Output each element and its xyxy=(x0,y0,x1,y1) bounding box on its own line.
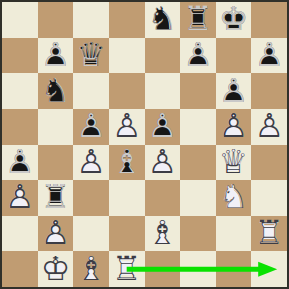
square-h4[interactable] xyxy=(251,145,287,181)
piece-outline-glyph: ♖ xyxy=(38,180,74,216)
square-e1[interactable] xyxy=(145,251,181,287)
black-king[interactable]: ♚♔ xyxy=(216,2,252,38)
piece-outline-glyph: ♙ xyxy=(2,180,38,216)
square-g2[interactable] xyxy=(216,216,252,252)
square-a1[interactable] xyxy=(2,251,38,287)
square-f7[interactable]: ♟♙ xyxy=(180,38,216,74)
square-h7[interactable]: ♟♙ xyxy=(251,38,287,74)
white-pawn[interactable]: ♟♙ xyxy=(216,109,252,145)
white-rook[interactable]: ♜♖ xyxy=(109,251,145,287)
square-b2[interactable]: ♟♙ xyxy=(38,216,74,252)
square-a5[interactable] xyxy=(2,109,38,145)
black-pawn[interactable]: ♟♙ xyxy=(251,38,287,74)
square-c4[interactable]: ♟♙ xyxy=(73,145,109,181)
square-e5[interactable]: ♟♙ xyxy=(145,109,181,145)
white-pawn[interactable]: ♟♙ xyxy=(73,145,109,181)
square-d8[interactable] xyxy=(109,2,145,38)
white-bishop[interactable]: ♝♗ xyxy=(145,216,181,252)
square-d1[interactable]: ♜♖ xyxy=(109,251,145,287)
square-e3[interactable] xyxy=(145,180,181,216)
piece-outline-glyph: ♘ xyxy=(145,2,181,38)
black-pawn[interactable]: ♟♙ xyxy=(216,73,252,109)
square-f4[interactable] xyxy=(180,145,216,181)
square-b1[interactable]: ♚♔ xyxy=(38,251,74,287)
square-g5[interactable]: ♟♙ xyxy=(216,109,252,145)
square-h8[interactable] xyxy=(251,2,287,38)
white-pawn[interactable]: ♟♙ xyxy=(145,145,181,181)
black-rook[interactable]: ♜♖ xyxy=(38,180,74,216)
white-rook[interactable]: ♜♖ xyxy=(251,216,287,252)
black-knight[interactable]: ♞♘ xyxy=(145,2,181,38)
black-bishop[interactable]: ♝♗ xyxy=(109,145,145,181)
white-pawn[interactable]: ♟♙ xyxy=(251,109,287,145)
piece-outline-glyph: ♙ xyxy=(38,38,74,74)
piece-outline-glyph: ♙ xyxy=(109,109,145,145)
square-f1[interactable] xyxy=(180,251,216,287)
square-d3[interactable] xyxy=(109,180,145,216)
square-a4[interactable]: ♟♙ xyxy=(2,145,38,181)
square-e7[interactable] xyxy=(145,38,181,74)
black-pawn[interactable]: ♟♙ xyxy=(2,145,38,181)
black-pawn[interactable]: ♟♙ xyxy=(38,38,74,74)
piece-outline-glyph: ♗ xyxy=(145,216,181,252)
piece-outline-glyph: ♕ xyxy=(216,145,252,181)
square-b7[interactable]: ♟♙ xyxy=(38,38,74,74)
black-pawn[interactable]: ♟♙ xyxy=(145,109,181,145)
piece-outline-glyph: ♙ xyxy=(251,109,287,145)
square-g6[interactable]: ♟♙ xyxy=(216,73,252,109)
piece-outline-glyph: ♗ xyxy=(109,145,145,181)
square-g1[interactable] xyxy=(216,251,252,287)
piece-outline-glyph: ♙ xyxy=(38,216,74,252)
piece-outline-glyph: ♙ xyxy=(73,109,109,145)
piece-outline-glyph: ♔ xyxy=(216,2,252,38)
square-e6[interactable] xyxy=(145,73,181,109)
square-c5[interactable]: ♟♙ xyxy=(73,109,109,145)
square-d7[interactable] xyxy=(109,38,145,74)
square-e2[interactable]: ♝♗ xyxy=(145,216,181,252)
white-pawn[interactable]: ♟♙ xyxy=(38,216,74,252)
square-a6[interactable] xyxy=(2,73,38,109)
black-knight[interactable]: ♞♘ xyxy=(38,73,74,109)
piece-outline-glyph: ♖ xyxy=(180,2,216,38)
white-knight[interactable]: ♞♘ xyxy=(216,180,252,216)
square-b3[interactable]: ♜♖ xyxy=(38,180,74,216)
square-f8[interactable]: ♜♖ xyxy=(180,2,216,38)
square-b5[interactable] xyxy=(38,109,74,145)
white-queen[interactable]: ♛♕ xyxy=(216,145,252,181)
square-g7[interactable] xyxy=(216,38,252,74)
chess-board: ♞♘♜♖♚♔♟♙♛♕♟♙♟♙♞♘♟♙♟♙♟♙♟♙♟♙♟♙♟♙♟♙♝♗♟♙♛♕♟♙… xyxy=(0,0,289,289)
piece-outline-glyph: ♙ xyxy=(180,38,216,74)
piece-outline-glyph: ♘ xyxy=(216,180,252,216)
piece-outline-glyph: ♖ xyxy=(109,251,145,287)
square-a7[interactable] xyxy=(2,38,38,74)
piece-outline-glyph: ♘ xyxy=(38,73,74,109)
piece-outline-glyph: ♙ xyxy=(145,145,181,181)
black-pawn[interactable]: ♟♙ xyxy=(73,109,109,145)
white-pawn[interactable]: ♟♙ xyxy=(2,180,38,216)
piece-outline-glyph: ♖ xyxy=(251,216,287,252)
square-c1[interactable]: ♝♗ xyxy=(73,251,109,287)
piece-outline-glyph: ♙ xyxy=(216,73,252,109)
square-f5[interactable] xyxy=(180,109,216,145)
square-h1[interactable] xyxy=(251,251,287,287)
piece-outline-glyph: ♙ xyxy=(73,145,109,181)
white-king[interactable]: ♚♔ xyxy=(38,251,74,287)
square-f3[interactable] xyxy=(180,180,216,216)
square-g8[interactable]: ♚♔ xyxy=(216,2,252,38)
square-c2[interactable] xyxy=(73,216,109,252)
square-a8[interactable] xyxy=(2,2,38,38)
square-h6[interactable] xyxy=(251,73,287,109)
square-h3[interactable] xyxy=(251,180,287,216)
square-g3[interactable]: ♞♘ xyxy=(216,180,252,216)
white-pawn[interactable]: ♟♙ xyxy=(109,109,145,145)
square-b8[interactable] xyxy=(38,2,74,38)
square-c6[interactable] xyxy=(73,73,109,109)
square-a3[interactable]: ♟♙ xyxy=(2,180,38,216)
square-h5[interactable]: ♟♙ xyxy=(251,109,287,145)
piece-outline-glyph: ♙ xyxy=(251,38,287,74)
piece-outline-glyph: ♙ xyxy=(216,109,252,145)
piece-outline-glyph: ♙ xyxy=(145,109,181,145)
piece-outline-glyph: ♕ xyxy=(73,38,109,74)
square-e8[interactable]: ♞♘ xyxy=(145,2,181,38)
square-g4[interactable]: ♛♕ xyxy=(216,145,252,181)
square-a2[interactable] xyxy=(2,216,38,252)
piece-outline-glyph: ♗ xyxy=(73,251,109,287)
square-d4[interactable]: ♝♗ xyxy=(109,145,145,181)
square-f2[interactable] xyxy=(180,216,216,252)
square-e4[interactable]: ♟♙ xyxy=(145,145,181,181)
square-d5[interactable]: ♟♙ xyxy=(109,109,145,145)
piece-outline-glyph: ♙ xyxy=(2,145,38,181)
square-c8[interactable] xyxy=(73,2,109,38)
piece-outline-glyph: ♔ xyxy=(38,251,74,287)
square-b4[interactable] xyxy=(38,145,74,181)
square-c3[interactable] xyxy=(73,180,109,216)
square-d2[interactable] xyxy=(109,216,145,252)
square-h2[interactable]: ♜♖ xyxy=(251,216,287,252)
square-f6[interactable] xyxy=(180,73,216,109)
black-rook[interactable]: ♜♖ xyxy=(180,2,216,38)
square-b6[interactable]: ♞♘ xyxy=(38,73,74,109)
square-c7[interactable]: ♛♕ xyxy=(73,38,109,74)
black-pawn[interactable]: ♟♙ xyxy=(180,38,216,74)
square-d6[interactable] xyxy=(109,73,145,109)
board-grid: ♞♘♜♖♚♔♟♙♛♕♟♙♟♙♞♘♟♙♟♙♟♙♟♙♟♙♟♙♟♙♟♙♝♗♟♙♛♕♟♙… xyxy=(2,2,287,287)
black-queen[interactable]: ♛♕ xyxy=(73,38,109,74)
white-bishop[interactable]: ♝♗ xyxy=(73,251,109,287)
